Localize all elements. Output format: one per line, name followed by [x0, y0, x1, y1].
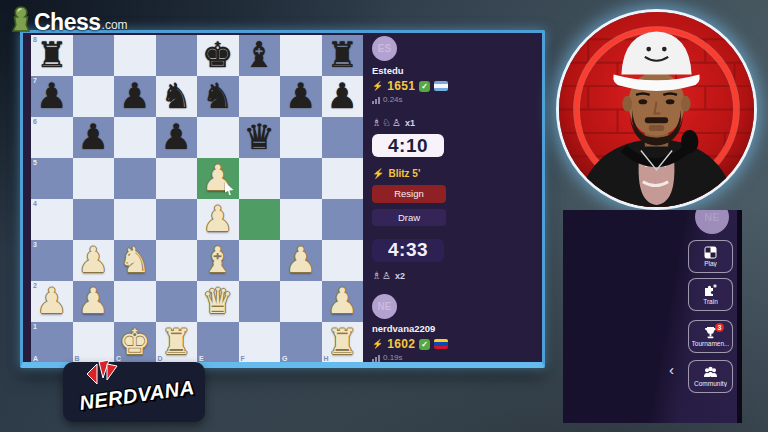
chess-game-window: 8♜♚♝♜7♟♟♞♞♟♟6♟♟♛5♟4♟3♟♞♝♟2♟♟♛♟1ABC♚D♜EFG… — [20, 30, 545, 368]
square-f4[interactable] — [239, 199, 281, 240]
square-e2[interactable]: ♛ — [197, 281, 239, 322]
square-h3[interactable] — [322, 240, 364, 281]
pawn-logo-icon — [8, 5, 34, 35]
square-d6[interactable]: ♟ — [156, 117, 198, 158]
black-bishop-f8[interactable]: ♝ — [239, 35, 281, 76]
square-f5[interactable] — [239, 158, 281, 199]
square-a5[interactable]: 5 — [31, 158, 73, 199]
play-board-icon — [704, 246, 717, 259]
square-a2[interactable]: 2♟ — [31, 281, 73, 322]
top-captured-pieces: ♗♘♙ x1 — [372, 117, 415, 128]
square-e3[interactable]: ♝ — [197, 240, 239, 281]
file-label-E: E — [199, 355, 204, 362]
square-b4[interactable] — [73, 199, 115, 240]
square-f1[interactable]: F — [239, 322, 281, 362]
black-pawn-d6[interactable]: ♟ — [156, 117, 198, 158]
signal-bars-icon — [372, 97, 380, 104]
square-c6[interactable] — [114, 117, 156, 158]
file-label-D: D — [158, 355, 163, 362]
white-queen-e2[interactable]: ♛ — [197, 281, 239, 322]
top-player-clock: 4:10 — [372, 134, 444, 157]
signal-bars-icon — [372, 355, 380, 362]
train-puzzle-icon — [704, 284, 717, 297]
square-c3[interactable]: ♞ — [114, 240, 156, 281]
resign-button[interactable]: Resign — [372, 185, 446, 202]
black-queen-f6[interactable]: ♛ — [239, 117, 281, 158]
bottom-player-lag: 0.19s — [372, 353, 403, 362]
game-mode-row: ⚡ Blitz 5' — [372, 168, 420, 179]
square-e5[interactable]: ♟ — [197, 158, 239, 199]
square-d7[interactable]: ♞ — [156, 76, 198, 117]
rank-label-1: 1 — [33, 323, 37, 330]
mode-bolt-icon: ⚡ — [372, 168, 384, 179]
sidebar-item-label: Community — [694, 380, 727, 387]
white-pawn-b3[interactable]: ♟ — [73, 240, 115, 281]
top-captured-count: x1 — [405, 118, 415, 128]
white-bishop-e3[interactable]: ♝ — [197, 240, 239, 281]
logo-tld-text: .com — [102, 15, 128, 35]
verified-badge-icon: ✓ — [419, 81, 430, 92]
sidebar-collapse-chevron-icon[interactable]: ‹ — [669, 362, 674, 378]
black-rook-a8[interactable]: ♜ — [31, 35, 73, 76]
square-h2[interactable]: ♟ — [322, 281, 364, 322]
chesscom-logo: Chess .com — [8, 5, 128, 35]
avatar-bottom-player[interactable]: NE — [372, 294, 397, 319]
square-g4[interactable] — [280, 199, 322, 240]
sidebar-item-label: Tournamen... — [692, 340, 730, 347]
white-pawn-a2[interactable]: ♟ — [31, 281, 73, 322]
square-h8[interactable]: ♜ — [322, 35, 364, 76]
square-f7[interactable] — [239, 76, 281, 117]
square-a6[interactable]: 6 — [31, 117, 73, 158]
venezuela-flag-icon — [434, 339, 448, 349]
game-mode-label: Blitz 5' — [388, 168, 420, 179]
square-a4[interactable]: 4 — [31, 199, 73, 240]
bottom-captured-glyphs: ♗♙ — [372, 270, 392, 281]
square-h4[interactable] — [322, 199, 364, 240]
square-e6[interactable] — [197, 117, 239, 158]
draw-button[interactable]: Draw — [372, 209, 446, 226]
square-g5[interactable] — [280, 158, 322, 199]
black-knight-e7[interactable]: ♞ — [197, 76, 239, 117]
logo-brand-text: Chess — [34, 9, 101, 35]
top-captured-glyphs: ♗♘♙ — [372, 117, 402, 128]
sidebar-item-label: Train — [703, 298, 718, 305]
blitz-bolt-icon: ⚡ — [372, 339, 383, 349]
square-f8[interactable]: ♝ — [239, 35, 281, 76]
square-h7[interactable]: ♟ — [322, 76, 364, 117]
white-pawn-g3[interactable]: ♟ — [280, 240, 322, 281]
square-b5[interactable] — [73, 158, 115, 199]
square-g1[interactable]: G — [280, 322, 322, 362]
black-pawn-g7[interactable]: ♟ — [280, 76, 322, 117]
bottom-player-name[interactable]: nerdvana2209 — [372, 323, 435, 334]
game-panel: ES Estedu ⚡ 1651 ✓ 0.24s ♗♘♙ x1 4:10 — [363, 33, 542, 362]
sidebar-item-play[interactable]: Play — [688, 240, 733, 273]
stream-scene: Chess .com 8♜♚♝♜7♟♟♞♞♟♟6♟♟♛5♟4♟3♟♞♝♟2♟♟♛… — [0, 0, 768, 432]
avatar-top-player[interactable]: ES — [372, 36, 397, 61]
square-g6[interactable] — [280, 117, 322, 158]
top-player-name[interactable]: Estedu — [372, 65, 404, 76]
white-knight-c3[interactable]: ♞ — [114, 240, 156, 281]
square-b3[interactable]: ♟ — [73, 240, 115, 281]
square-c8[interactable] — [114, 35, 156, 76]
top-player-rating: 1651 — [387, 79, 415, 93]
square-b8[interactable] — [73, 35, 115, 76]
sidebar-item-tournaments[interactable]: 3 Tournamen... — [688, 320, 733, 353]
argentina-flag-icon — [434, 81, 448, 91]
file-label-F: F — [241, 355, 245, 362]
verified-badge-icon: ✓ — [419, 339, 430, 350]
file-label-B: B — [75, 355, 80, 362]
streamer-webcam — [556, 9, 757, 210]
rank-label-4: 4 — [33, 200, 37, 207]
square-c7[interactable]: ♟ — [114, 76, 156, 117]
white-pawn-h2[interactable]: ♟ — [322, 281, 364, 322]
rank-label-3: 3 — [33, 241, 37, 248]
square-g2[interactable] — [280, 281, 322, 322]
blitz-bolt-icon: ⚡ — [372, 81, 383, 91]
square-h5[interactable] — [322, 158, 364, 199]
square-c4[interactable] — [114, 199, 156, 240]
square-d2[interactable] — [156, 281, 198, 322]
streamer-portrait — [559, 12, 754, 207]
bottom-player-rating: 1602 — [387, 337, 415, 351]
square-g7[interactable]: ♟ — [280, 76, 322, 117]
square-e7[interactable]: ♞ — [197, 76, 239, 117]
file-label-H: H — [324, 355, 329, 362]
bottom-lag-value: 0.19s — [383, 353, 403, 362]
square-b6[interactable]: ♟ — [73, 117, 115, 158]
square-a7[interactable]: 7♟ — [31, 76, 73, 117]
nerdvana-banner: NERDVANA — [63, 362, 205, 422]
rank-label-7: 7 — [33, 77, 37, 84]
square-g8[interactable] — [280, 35, 322, 76]
black-pawn-h7[interactable]: ♟ — [322, 76, 364, 117]
black-pawn-b6[interactable]: ♟ — [73, 117, 115, 158]
chesscom-sidebar-panel: NE Play Train 3 Tournamen — [563, 210, 742, 423]
square-e8[interactable]: ♚ — [197, 35, 239, 76]
square-a1[interactable]: 1A — [31, 322, 73, 362]
community-people-icon — [703, 366, 718, 379]
black-king-e8[interactable]: ♚ — [197, 35, 239, 76]
square-h6[interactable] — [322, 117, 364, 158]
square-c5[interactable] — [114, 158, 156, 199]
rank-label-2: 2 — [33, 282, 37, 289]
square-f6[interactable]: ♛ — [239, 117, 281, 158]
square-f2[interactable] — [239, 281, 281, 322]
top-player-rating-row: ⚡ 1651 ✓ — [372, 79, 448, 93]
square-a3[interactable]: 3 — [31, 240, 73, 281]
sidebar-item-train[interactable]: Train — [688, 278, 733, 311]
black-pawn-c7[interactable]: ♟ — [114, 76, 156, 117]
black-knight-d7[interactable]: ♞ — [156, 76, 198, 117]
square-e4[interactable]: ♟ — [197, 199, 239, 240]
square-b2[interactable]: ♟ — [73, 281, 115, 322]
file-label-G: G — [282, 355, 287, 362]
square-d1[interactable]: D♜ — [156, 322, 198, 362]
sidebar-avatar[interactable]: NE — [695, 210, 729, 234]
square-b7[interactable] — [73, 76, 115, 117]
chess-board[interactable]: 8♜♚♝♜7♟♟♞♞♟♟6♟♟♛5♟4♟3♟♞♝♟2♟♟♛♟1ABC♚D♜EFG… — [31, 35, 363, 362]
square-e1[interactable]: E — [197, 322, 239, 362]
square-g3[interactable]: ♟ — [280, 240, 322, 281]
notification-badge: 3 — [715, 323, 724, 332]
white-pawn-e4[interactable]: ♟ — [197, 199, 239, 240]
bottom-captured-count: x2 — [395, 271, 405, 281]
square-f3[interactable] — [239, 240, 281, 281]
square-d3[interactable] — [156, 240, 198, 281]
white-pawn-e5[interactable]: ♟ — [197, 158, 239, 199]
black-rook-h8[interactable]: ♜ — [322, 35, 364, 76]
rank-label-6: 6 — [33, 118, 37, 125]
bottom-player-clock: 4:33 — [372, 239, 444, 262]
top-player-lag: 0.24s — [372, 95, 403, 104]
rank-label-5: 5 — [33, 159, 37, 166]
sidebar-item-label: Play — [704, 260, 717, 267]
file-label-A: A — [33, 355, 38, 362]
square-h1[interactable]: H♜ — [322, 322, 364, 362]
sidebar-item-community[interactable]: Community — [688, 360, 733, 393]
bottom-captured-pieces: ♗♙ x2 — [372, 270, 405, 281]
square-a8[interactable]: 8♜ — [31, 35, 73, 76]
rank-label-8: 8 — [33, 36, 37, 43]
top-lag-value: 0.24s — [383, 95, 403, 104]
bottom-player-rating-row: ⚡ 1602 ✓ — [372, 337, 448, 351]
black-pawn-a7[interactable]: ♟ — [31, 76, 73, 117]
square-d8[interactable] — [156, 35, 198, 76]
square-d5[interactable] — [156, 158, 198, 199]
square-d4[interactable] — [156, 199, 198, 240]
square-c2[interactable] — [114, 281, 156, 322]
white-pawn-b2[interactable]: ♟ — [73, 281, 115, 322]
